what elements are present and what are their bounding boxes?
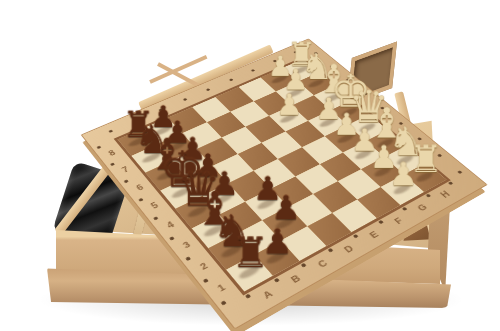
peg-hole — [425, 194, 431, 198]
peg-hole — [169, 236, 175, 241]
dark-r-glyph: ♜ — [225, 232, 275, 274]
rank-label: 4 — [165, 220, 176, 230]
file-label: A — [261, 288, 275, 300]
peg-hole — [352, 234, 358, 239]
peg-hole — [401, 207, 407, 211]
peg-hole — [377, 220, 383, 224]
file-label: G — [415, 202, 429, 212]
rank-label: 7 — [120, 165, 130, 174]
peg-hole — [138, 197, 144, 201]
peg-hole — [110, 162, 115, 166]
rank-label: 2 — [198, 260, 210, 271]
peg-hole — [220, 300, 226, 305]
peg-hole — [448, 181, 454, 185]
peg-hole — [457, 170, 463, 174]
peg-hole — [202, 278, 208, 283]
peg-hole — [245, 293, 251, 298]
peg-hole — [327, 248, 333, 253]
peg-hole — [206, 88, 211, 91]
rank-label: 3 — [181, 240, 193, 250]
peg-hole — [153, 216, 159, 220]
dark-p-glyph: ♟ — [262, 191, 310, 224]
peg-hole — [123, 179, 129, 183]
light-p-glyph: ♟ — [381, 158, 427, 190]
peg-hole — [228, 78, 233, 81]
peg-hole — [273, 278, 279, 283]
rank-label: 6 — [135, 183, 146, 192]
peg-hole — [182, 98, 187, 101]
peg-hole — [251, 69, 256, 72]
light-p-glyph: ♟ — [268, 90, 310, 120]
rank-label: 5 — [149, 201, 160, 210]
peg-hole — [96, 146, 101, 150]
file-label: C — [316, 258, 330, 270]
rank-label: 8 — [107, 149, 117, 157]
file-label: E — [367, 229, 380, 240]
peg-hole — [108, 129, 113, 133]
peg-hole — [300, 263, 306, 268]
file-label: H — [438, 189, 451, 199]
product-photo-stage: ABCDEFGH 12345678 ♜♞♝♛♚♝♞♜♟♟♟♟♟♟♟♟♜♞♝♛♚♝… — [0, 0, 500, 331]
rank-label: 1 — [215, 282, 227, 293]
file-label: F — [392, 216, 405, 226]
file-label: B — [288, 273, 302, 285]
file-label: D — [342, 243, 356, 254]
peg-hole — [185, 256, 191, 261]
